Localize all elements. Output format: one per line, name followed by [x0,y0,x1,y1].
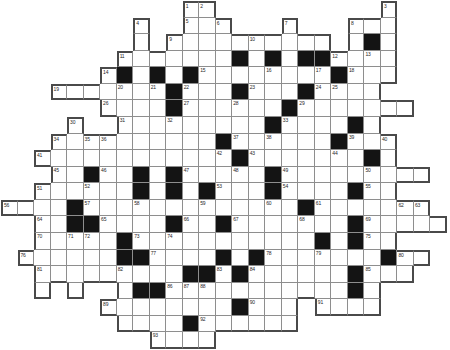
crossword-cell-r6c7[interactable] [117,100,134,117]
crossword-cell-r10c11[interactable]: 47 [183,167,200,184]
crossword-cell-r14c23[interactable] [381,233,398,250]
crossword-cell-r13c8[interactable] [133,216,150,233]
crossword-cell-r16c22[interactable]: 85 [364,266,381,283]
crossword-cell-r11c2[interactable]: 51 [34,183,51,200]
crossword-cell-r9c5[interactable] [84,150,101,167]
crossword-cell-r19c12[interactable]: 92 [199,316,216,333]
crossword-cell-r11c17[interactable]: 54 [282,183,299,200]
crossword-cell-r3c20[interactable]: 12 [331,51,348,68]
crossword-cell-r17c11[interactable]: 87 [183,283,200,300]
crossword-cell-r8c10[interactable] [166,134,183,151]
crossword-cell-r6c24[interactable] [397,100,414,117]
crossword-cell-r4c14[interactable] [232,67,249,84]
crossword-cell-r10c20[interactable] [331,167,348,184]
crossword-cell-r4c15[interactable] [249,67,266,84]
crossword-cell-r12c20[interactable] [331,200,348,217]
crossword-cell-r19c8[interactable] [133,316,150,333]
crossword-cell-r7c20[interactable] [331,117,348,134]
crossword-cell-r8c19[interactable] [315,134,332,151]
crossword-cell-r13c15[interactable] [249,216,266,233]
crossword-cell-r8c7[interactable] [117,134,134,151]
crossword-cell-r9c21[interactable] [348,150,365,167]
crossword-cell-r1c17[interactable]: 7 [282,18,299,35]
crossword-cell-r10c21[interactable] [348,167,365,184]
crossword-cell-r6c18[interactable]: 29 [298,100,315,117]
crossword-cell-r15c9[interactable]: 77 [150,250,167,267]
crossword-cell-r18c6[interactable]: 89 [100,299,117,316]
crossword-cell-r8c16[interactable]: 38 [265,134,282,151]
crossword-cell-r5c3[interactable]: 19 [51,84,68,101]
crossword-cell-r15c3[interactable] [51,250,68,267]
crossword-cell-r16c16[interactable] [265,266,282,283]
crossword-cell-r13c11[interactable]: 66 [183,216,200,233]
crossword-cell-r11c19[interactable] [315,183,332,200]
crossword-cell-r13c26[interactable] [430,216,447,233]
crossword-cell-r11c5[interactable]: 52 [84,183,101,200]
crossword-cell-r12c22[interactable] [364,200,381,217]
crossword-cell-r3c11[interactable] [183,51,200,68]
crossword-cell-r11c20[interactable] [331,183,348,200]
crossword-cell-r16c20[interactable] [331,266,348,283]
crossword-cell-r5c17[interactable] [282,84,299,101]
crossword-cell-r11c22[interactable]: 55 [364,183,381,200]
crossword-cell-r1c8[interactable]: 4 [133,18,150,35]
crossword-cell-r18c20[interactable] [331,299,348,316]
crossword-cell-r3c10[interactable] [166,51,183,68]
crossword-cell-r9c18[interactable] [298,150,315,167]
crossword-cell-r9c15[interactable]: 43 [249,150,266,167]
crossword-cell-r12c17[interactable] [282,200,299,217]
crossword-cell-r2c16[interactable] [265,34,282,51]
crossword-cell-r8c22[interactable] [364,134,381,151]
crossword-cell-r9c3[interactable] [51,150,68,167]
crossword-cell-r12c24[interactable]: 62 [397,200,414,217]
crossword-cell-r15c10[interactable] [166,250,183,267]
crossword-cell-r15c1[interactable]: 76 [18,250,35,267]
crossword-cell-r4c12[interactable]: 15 [199,67,216,84]
crossword-cell-r14c13[interactable] [216,233,233,250]
crossword-cell-r8c12[interactable] [199,134,216,151]
crossword-cell-r13c19[interactable] [315,216,332,233]
crossword-cell-r13c9[interactable] [150,216,167,233]
crossword-cell-r9c7[interactable] [117,150,134,167]
crossword-cell-r6c23[interactable] [381,100,398,117]
crossword-cell-r0c11[interactable]: 1 [183,1,200,18]
crossword-cell-r20c12[interactable] [199,332,216,349]
crossword-cell-r5c7[interactable]: 20 [117,84,134,101]
crossword-cell-r17c16[interactable] [265,283,282,300]
crossword-cell-r4c10[interactable] [166,67,183,84]
crossword-cell-r9c6[interactable] [100,150,117,167]
crossword-cell-r18c12[interactable] [199,299,216,316]
crossword-cell-r11c14[interactable] [232,183,249,200]
crossword-cell-r17c15[interactable] [249,283,266,300]
crossword-cell-r5c20[interactable]: 25 [331,84,348,101]
crossword-cell-r17c4[interactable] [67,283,84,300]
crossword-cell-r8c4[interactable] [67,134,84,151]
crossword-cell-r16c3[interactable] [51,266,68,283]
crossword-cell-r8c14[interactable]: 37 [232,134,249,151]
crossword-cell-r4c17[interactable] [282,67,299,84]
crossword-cell-r13c16[interactable] [265,216,282,233]
crossword-cell-r9c2[interactable]: 41 [34,150,51,167]
crossword-cell-r13c22[interactable]: 69 [364,216,381,233]
crossword-cell-r18c15[interactable]: 90 [249,299,266,316]
crossword-cell-r5c13[interactable] [216,84,233,101]
crossword-cell-r17c19[interactable] [315,283,332,300]
crossword-cell-r18c11[interactable] [183,299,200,316]
crossword-cell-r10c9[interactable] [150,167,167,184]
crossword-cell-r2c8[interactable] [133,34,150,51]
crossword-cell-r2c10[interactable]: 9 [166,34,183,51]
crossword-cell-r12c13[interactable] [216,200,233,217]
crossword-cell-r6c11[interactable]: 27 [183,100,200,117]
crossword-cell-r9c9[interactable] [150,150,167,167]
crossword-cell-r6c20[interactable] [331,100,348,117]
crossword-cell-r7c4[interactable]: 30 [67,117,84,134]
crossword-cell-r5c5[interactable] [84,84,101,101]
crossword-cell-r4c8[interactable] [133,67,150,84]
crossword-cell-r3c15[interactable] [249,51,266,68]
crossword-cell-r9c19[interactable] [315,150,332,167]
crossword-cell-r8c11[interactable] [183,134,200,151]
crossword-cell-r20c10[interactable] [166,332,183,349]
crossword-cell-r9c11[interactable] [183,150,200,167]
crossword-cell-r10c15[interactable] [249,167,266,184]
crossword-cell-r15c6[interactable] [100,250,117,267]
crossword-cell-r12c7[interactable] [117,200,134,217]
crossword-cell-r2c18[interactable] [298,34,315,51]
crossword-cell-r15c2[interactable] [34,250,51,267]
crossword-cell-r14c9[interactable] [150,233,167,250]
crossword-cell-r2c19[interactable] [315,34,332,51]
crossword-cell-r16c8[interactable] [133,266,150,283]
crossword-cell-r18c9[interactable] [150,299,167,316]
crossword-cell-r17c20[interactable] [331,283,348,300]
crossword-cell-r20c11[interactable] [183,332,200,349]
crossword-cell-r12c19[interactable]: 61 [315,200,332,217]
crossword-cell-r14c10[interactable]: 74 [166,233,183,250]
crossword-cell-r5c22[interactable] [364,84,381,101]
crossword-cell-r18c17[interactable] [282,299,299,316]
crossword-cell-r15c17[interactable] [282,250,299,267]
crossword-cell-r5c21[interactable] [348,84,365,101]
crossword-cell-r8c5[interactable]: 35 [84,134,101,151]
crossword-cell-r19c13[interactable] [216,316,233,333]
crossword-cell-r18c13[interactable] [216,299,233,316]
crossword-cell-r5c6[interactable] [100,84,117,101]
crossword-cell-r10c22[interactable]: 50 [364,167,381,184]
crossword-cell-r3c7[interactable]: 11 [117,51,134,68]
crossword-cell-r1c21[interactable]: 8 [348,18,365,35]
crossword-cell-r13c18[interactable]: 68 [298,216,315,233]
crossword-cell-r16c24[interactable] [397,266,414,283]
crossword-cell-r16c7[interactable]: 82 [117,266,134,283]
crossword-cell-r12c9[interactable] [150,200,167,217]
crossword-cell-r14c16[interactable] [265,233,282,250]
crossword-cell-r11c13[interactable]: 53 [216,183,233,200]
crossword-cell-r16c2[interactable]: 81 [34,266,51,283]
crossword-cell-r3c8[interactable] [133,51,150,68]
crossword-cell-r4c13[interactable] [216,67,233,84]
crossword-cell-r11c15[interactable] [249,183,266,200]
crossword-cell-r14c15[interactable] [249,233,266,250]
crossword-cell-r7c17[interactable]: 33 [282,117,299,134]
crossword-cell-r5c15[interactable]: 23 [249,84,266,101]
crossword-cell-r14c6[interactable] [100,233,117,250]
crossword-cell-r11c4[interactable] [67,183,84,200]
crossword-cell-r9c8[interactable] [133,150,150,167]
crossword-cell-r3c9[interactable] [150,51,167,68]
crossword-cell-r16c10[interactable] [166,266,183,283]
crossword-cell-r12c1[interactable] [18,200,35,217]
crossword-cell-r4c23[interactable] [381,67,398,84]
crossword-cell-r15c14[interactable] [232,250,249,267]
crossword-cell-r14c20[interactable] [331,233,348,250]
crossword-cell-r8c3[interactable]: 34 [51,134,68,151]
crossword-cell-r1c12[interactable] [199,18,216,35]
crossword-cell-r7c13[interactable] [216,117,233,134]
crossword-cell-r4c21[interactable]: 18 [348,67,365,84]
crossword-cell-r17c7[interactable] [117,283,134,300]
crossword-cell-r17c12[interactable]: 88 [199,283,216,300]
crossword-cell-r9c4[interactable] [67,150,84,167]
crossword-cell-r14c12[interactable] [199,233,216,250]
crossword-cell-r8c23[interactable]: 40 [381,134,398,151]
crossword-cell-r13c2[interactable]: 64 [34,216,51,233]
crossword-cell-r5c16[interactable] [265,84,282,101]
crossword-cell-r2c12[interactable] [199,34,216,51]
crossword-cell-r15c18[interactable] [298,250,315,267]
crossword-cell-r9c17[interactable] [282,150,299,167]
crossword-cell-r2c13[interactable] [216,34,233,51]
crossword-cell-r14c2[interactable]: 70 [34,233,51,250]
crossword-cell-r16c23[interactable] [381,266,398,283]
crossword-cell-r2c17[interactable] [282,34,299,51]
crossword-cell-r2c15[interactable]: 10 [249,34,266,51]
crossword-cell-r14c18[interactable] [298,233,315,250]
crossword-cell-r0c23[interactable]: 3 [381,1,398,18]
crossword-cell-r6c9[interactable] [150,100,167,117]
crossword-cell-r19c14[interactable] [232,316,249,333]
crossword-cell-r8c8[interactable] [133,134,150,151]
crossword-cell-r16c6[interactable] [100,266,117,283]
crossword-cell-r12c11[interactable] [183,200,200,217]
crossword-cell-r0c12[interactable]: 2 [199,1,216,18]
crossword-cell-r12c5[interactable]: 57 [84,200,101,217]
crossword-cell-r11c6[interactable] [100,183,117,200]
crossword-cell-r13c14[interactable]: 67 [232,216,249,233]
crossword-cell-r19c15[interactable] [249,316,266,333]
crossword-cell-r19c9[interactable] [150,316,167,333]
crossword-cell-r12c2[interactable] [34,200,51,217]
crossword-cell-r6c13[interactable] [216,100,233,117]
crossword-cell-r12c0[interactable]: 56 [1,200,18,217]
crossword-cell-r11c3[interactable] [51,183,68,200]
crossword-cell-r6c21[interactable] [348,100,365,117]
crossword-cell-r15c21[interactable] [348,250,365,267]
crossword-cell-r19c16[interactable] [265,316,282,333]
crossword-cell-r12c3[interactable] [51,200,68,217]
crossword-cell-r6c6[interactable]: 26 [100,100,117,117]
crossword-cell-r18c22[interactable] [364,299,381,316]
crossword-cell-r18c16[interactable] [265,299,282,316]
crossword-cell-r17c17[interactable] [282,283,299,300]
crossword-cell-r15c11[interactable] [183,250,200,267]
crossword-cell-r13c25[interactable] [414,216,431,233]
crossword-cell-r18c10[interactable] [166,299,183,316]
crossword-cell-r8c17[interactable] [282,134,299,151]
crossword-cell-r7c22[interactable] [364,117,381,134]
crossword-cell-r3c21[interactable] [348,51,365,68]
crossword-cell-r7c14[interactable] [232,117,249,134]
crossword-cell-r8c21[interactable]: 39 [348,134,365,151]
crossword-cell-r10c17[interactable]: 49 [282,167,299,184]
crossword-cell-r12c14[interactable] [232,200,249,217]
crossword-cell-r15c4[interactable] [67,250,84,267]
crossword-cell-r9c12[interactable] [199,150,216,167]
crossword-cell-r16c9[interactable] [150,266,167,283]
crossword-cell-r3c17[interactable] [282,51,299,68]
crossword-cell-r14c17[interactable] [282,233,299,250]
crossword-cell-r6c14[interactable]: 28 [232,100,249,117]
crossword-cell-r8c18[interactable] [298,134,315,151]
crossword-cell-r1c11[interactable]: 5 [183,18,200,35]
crossword-cell-r18c21[interactable] [348,299,365,316]
crossword-cell-r4c22[interactable] [364,67,381,84]
crossword-cell-r17c2[interactable] [34,283,51,300]
crossword-cell-r16c15[interactable]: 84 [249,266,266,283]
crossword-cell-r7c10[interactable]: 32 [166,117,183,134]
crossword-cell-r7c18[interactable] [298,117,315,134]
crossword-cell-r15c20[interactable] [331,250,348,267]
crossword-cell-r6c8[interactable] [133,100,150,117]
crossword-cell-r2c23[interactable] [381,34,398,51]
crossword-cell-r2c14[interactable] [232,34,249,51]
crossword-cell-r6c22[interactable] [364,100,381,117]
crossword-cell-r8c6[interactable]: 36 [100,134,117,151]
crossword-cell-r16c18[interactable] [298,266,315,283]
crossword-cell-r4c18[interactable] [298,67,315,84]
crossword-cell-r7c11[interactable] [183,117,200,134]
crossword-cell-r1c22[interactable] [364,18,381,35]
crossword-cell-r19c10[interactable] [166,316,183,333]
crossword-cell-r15c12[interactable] [199,250,216,267]
crossword-cell-r11c11[interactable] [183,183,200,200]
crossword-cell-r10c4[interactable] [67,167,84,184]
crossword-cell-r11c9[interactable] [150,183,167,200]
crossword-cell-r8c15[interactable] [249,134,266,151]
crossword-cell-r14c4[interactable]: 71 [67,233,84,250]
crossword-cell-r9c20[interactable]: 44 [331,150,348,167]
crossword-cell-r15c25[interactable] [414,250,431,267]
crossword-cell-r15c16[interactable]: 78 [265,250,282,267]
crossword-cell-r7c9[interactable] [150,117,167,134]
crossword-cell-r16c4[interactable] [67,266,84,283]
crossword-cell-r4c16[interactable]: 16 [265,67,282,84]
crossword-cell-r2c11[interactable] [183,34,200,51]
crossword-cell-r13c7[interactable] [117,216,134,233]
crossword-cell-r17c13[interactable] [216,283,233,300]
crossword-cell-r10c25[interactable] [414,167,431,184]
crossword-cell-r5c19[interactable]: 24 [315,84,332,101]
crossword-cell-r13c23[interactable] [381,216,398,233]
crossword-cell-r12c21[interactable] [348,200,365,217]
crossword-cell-r13c3[interactable] [51,216,68,233]
crossword-cell-r3c22[interactable]: 13 [364,51,381,68]
crossword-cell-r7c12[interactable] [199,117,216,134]
crossword-cell-r13c12[interactable] [199,216,216,233]
crossword-cell-r13c20[interactable] [331,216,348,233]
crossword-cell-r12c16[interactable]: 60 [265,200,282,217]
crossword-cell-r7c15[interactable] [249,117,266,134]
crossword-cell-r14c5[interactable]: 72 [84,233,101,250]
crossword-cell-r3c13[interactable] [216,51,233,68]
crossword-cell-r10c23[interactable] [381,167,398,184]
crossword-cell-r7c7[interactable]: 31 [117,117,134,134]
crossword-cell-r17c10[interactable]: 86 [166,283,183,300]
crossword-cell-r12c23[interactable] [381,200,398,217]
crossword-cell-r6c15[interactable] [249,100,266,117]
crossword-cell-r17c14[interactable] [232,283,249,300]
crossword-cell-r2c21[interactable] [348,34,365,51]
crossword-cell-r5c4[interactable] [67,84,84,101]
crossword-cell-r19c17[interactable] [282,316,299,333]
crossword-cell-r16c17[interactable] [282,266,299,283]
crossword-cell-r9c16[interactable] [265,150,282,167]
crossword-cell-r19c7[interactable] [117,316,134,333]
crossword-cell-r12c6[interactable] [100,200,117,217]
crossword-cell-r3c12[interactable] [199,51,216,68]
crossword-cell-r10c12[interactable] [199,167,216,184]
crossword-cell-r20c9[interactable]: 93 [150,332,167,349]
crossword-cell-r10c18[interactable] [298,167,315,184]
crossword-cell-r5c12[interactable] [199,84,216,101]
crossword-cell-r12c15[interactable] [249,200,266,217]
crossword-cell-r15c24[interactable]: 80 [397,250,414,267]
crossword-cell-r16c5[interactable] [84,266,101,283]
crossword-cell-r16c19[interactable] [315,266,332,283]
crossword-cell-r18c8[interactable] [133,299,150,316]
crossword-cell-r5c8[interactable] [133,84,150,101]
crossword-cell-r14c8[interactable]: 73 [133,233,150,250]
crossword-cell-r6c16[interactable] [265,100,282,117]
crossword-cell-r17c18[interactable] [298,283,315,300]
crossword-cell-r5c9[interactable]: 21 [150,84,167,101]
crossword-cell-r1c13[interactable]: 6 [216,18,233,35]
crossword-cell-r6c12[interactable] [199,100,216,117]
crossword-cell-r9c23[interactable] [381,150,398,167]
crossword-cell-r14c14[interactable] [232,233,249,250]
crossword-cell-r11c23[interactable] [381,183,398,200]
crossword-cell-r14c22[interactable]: 75 [364,233,381,250]
crossword-cell-r13c24[interactable] [397,216,414,233]
crossword-cell-r9c10[interactable] [166,150,183,167]
crossword-cell-r12c12[interactable]: 59 [199,200,216,217]
crossword-cell-r4c19[interactable]: 17 [315,67,332,84]
crossword-cell-r4c6[interactable]: 14 [100,67,117,84]
crossword-cell-r12c10[interactable] [166,200,183,217]
crossword-cell-r10c7[interactable] [117,167,134,184]
crossword-cell-r13c6[interactable]: 65 [100,216,117,233]
crossword-cell-r10c24[interactable] [397,167,414,184]
crossword-cell-r14c11[interactable] [183,233,200,250]
crossword-cell-r15c22[interactable] [364,250,381,267]
crossword-cell-r5c11[interactable]: 22 [183,84,200,101]
crossword-cell-r7c19[interactable] [315,117,332,134]
crossword-cell-r10c3[interactable]: 45 [51,167,68,184]
crossword-cell-r13c17[interactable] [282,216,299,233]
